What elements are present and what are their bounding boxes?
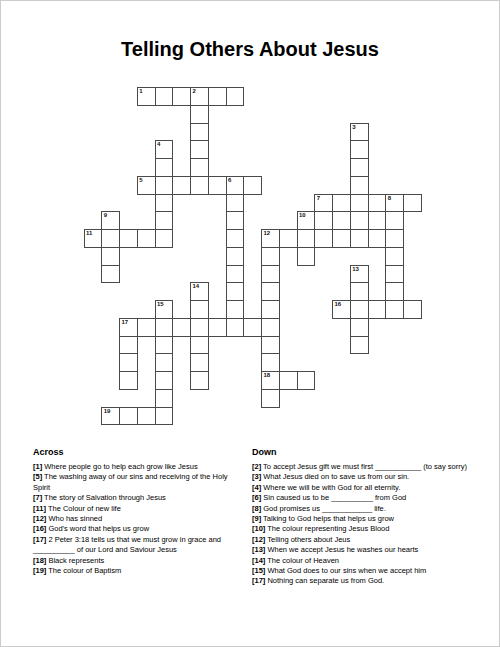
clue-item-text: Sin caused us to be __________ from God: [261, 493, 406, 502]
grid-cell[interactable]: [190, 300, 209, 319]
grid-cell[interactable]: [155, 87, 174, 106]
clue-number: 18: [264, 372, 271, 379]
grid-cell[interactable]: [297, 229, 316, 248]
grid-cell[interactable]: [101, 229, 120, 248]
grid-cell[interactable]: [226, 300, 245, 319]
grid-cell[interactable]: [155, 407, 174, 426]
clue-number: 6: [228, 177, 231, 184]
grid-cell[interactable]: [350, 336, 369, 355]
clue-item-down-8: [8] God promises us ____________ life.: [252, 504, 483, 514]
grid-cell[interactable]: [261, 389, 280, 408]
grid-cell[interactable]: [226, 229, 245, 248]
grid-cell[interactable]: [279, 371, 298, 390]
grid-cell[interactable]: [350, 282, 369, 301]
clue-number: 10: [299, 212, 306, 219]
grid-cell[interactable]: [190, 371, 209, 390]
grid-cell[interactable]: [403, 194, 422, 213]
clue-item-text: The story of Salvation through Jesus: [42, 493, 166, 502]
clue-item-number: [16]: [33, 524, 46, 533]
clue-number: 15: [157, 301, 164, 308]
down-clue-list: [2] To accept Jesus gift we must first _…: [252, 462, 483, 587]
grid-cell[interactable]: [350, 300, 369, 319]
clue-item-number: [19]: [33, 566, 46, 575]
clue-item-text: The Colour of new life: [46, 504, 121, 513]
grid-cell[interactable]: [368, 211, 387, 230]
clue-item-number: [18]: [33, 556, 46, 565]
clue-item-down-14: [14] The colour of Heaven: [252, 556, 483, 566]
clue-number: 16: [335, 301, 342, 308]
grid-cell[interactable]: [297, 247, 316, 266]
clue-item-across-1: [1] Where people go to help each grow li…: [33, 462, 246, 472]
clue-number: 7: [317, 195, 320, 202]
grid-cell[interactable]: [190, 176, 209, 195]
grid-cell[interactable]: [350, 140, 369, 159]
clue-number: 19: [104, 408, 111, 415]
clue-item-across-11: [11] The Colour of new life: [33, 504, 246, 514]
clue-number: 14: [193, 283, 200, 290]
grid-cell[interactable]: [226, 247, 245, 266]
clue-item-down-17: [17] Nothing can separate us from God.: [252, 576, 483, 586]
clue-item-across-16: [16] God's word that helps us grow: [33, 524, 246, 534]
clue-number: 17: [122, 319, 129, 326]
grid-cell[interactable]: [350, 318, 369, 337]
clue-item-text: To accept Jesus gift we must first _____…: [261, 462, 467, 471]
grid-cell[interactable]: 12: [261, 229, 280, 248]
grid-cell[interactable]: [226, 318, 245, 337]
grid-cell[interactable]: [243, 176, 262, 195]
clue-item-down-4: [4] Where we will be with God for all et…: [252, 483, 483, 493]
grid-cell[interactable]: [350, 229, 369, 248]
grid-cell[interactable]: 7: [314, 194, 333, 213]
clue-item-down-10: [10] The colour representing Jesus Blood: [252, 524, 483, 534]
grid-cell[interactable]: [155, 211, 174, 230]
grid-cell[interactable]: [155, 229, 174, 248]
clue-item-text: What God does to our sins when we accept…: [265, 566, 426, 575]
clue-item-number: [11]: [33, 504, 46, 513]
grid-cell[interactable]: [137, 318, 156, 337]
clue-item-number: [4]: [252, 483, 261, 492]
clue-item-down-15: [15] What God does to our sins when we a…: [252, 566, 483, 576]
grid-cell[interactable]: [190, 318, 209, 337]
clue-item-text: Where people go to help each grow like J…: [42, 462, 198, 471]
grid-cell[interactable]: [190, 105, 209, 124]
clue-item-number: [12]: [33, 514, 46, 523]
grid-cell[interactable]: [297, 371, 316, 390]
grid-cell[interactable]: [368, 300, 387, 319]
grid-cell[interactable]: [155, 353, 174, 372]
clue-item-text: Telling others about Jeus: [265, 535, 350, 544]
clue-number: 5: [139, 177, 142, 184]
grid-cell[interactable]: [261, 265, 280, 284]
clue-item-number: [17]: [252, 576, 265, 585]
clue-item-text: The colour of Baptism: [46, 566, 121, 575]
clue-item-text: The washing away of our sins and receivi…: [33, 472, 228, 491]
clue-item-number: [6]: [252, 493, 261, 502]
grid-cell[interactable]: [403, 300, 422, 319]
grid-cell[interactable]: [226, 194, 245, 213]
clue-item-across-12: [12] Who has sinned: [33, 514, 246, 524]
page: Telling Others About Jesus 1234567891011…: [0, 0, 500, 647]
grid-cell[interactable]: [190, 353, 209, 372]
grid-cell[interactable]: [137, 229, 156, 248]
grid-cell[interactable]: [385, 265, 404, 284]
grid-cell[interactable]: 5: [137, 176, 156, 195]
clue-number: 13: [352, 266, 359, 273]
grid-cell[interactable]: [172, 318, 191, 337]
clue-item-number: [17]: [33, 535, 46, 544]
grid-cell[interactable]: [368, 194, 387, 213]
grid-cell[interactable]: [155, 194, 174, 213]
grid-cell[interactable]: [119, 353, 138, 372]
grid-cell[interactable]: 3: [350, 123, 369, 142]
grid-cell[interactable]: [385, 300, 404, 319]
grid-cell[interactable]: [155, 336, 174, 355]
clue-number: 9: [104, 212, 107, 219]
grid-cell[interactable]: [332, 194, 351, 213]
grid-cell[interactable]: [350, 194, 369, 213]
clue-item-down-2: [2] To accept Jesus gift we must first _…: [252, 462, 483, 472]
clue-number: 12: [264, 230, 271, 237]
clue-item-across-5: [5] The washing away of our sins and rec…: [33, 472, 246, 493]
grid-cell[interactable]: [208, 176, 227, 195]
clue-item-text: When we accept Jesus he washes our heart…: [265, 545, 418, 554]
grid-cell[interactable]: [190, 158, 209, 177]
clue-item-across-17: [17] 2 Peter 3:18 tells us that we must …: [33, 535, 246, 556]
grid-cell[interactable]: [385, 282, 404, 301]
grid-cell[interactable]: [332, 229, 351, 248]
clue-item-down-9: [9] Talking to God helps that helps us g…: [252, 514, 483, 524]
clue-number: 1: [139, 88, 142, 95]
clue-number: 11: [86, 230, 92, 237]
grid-cell[interactable]: 2: [190, 87, 209, 106]
clue-item-number: [14]: [252, 556, 265, 565]
clue-item-number: [12]: [252, 535, 265, 544]
across-heading: Across: [33, 447, 246, 457]
grid-cell[interactable]: 13: [350, 265, 369, 284]
clue-item-text: Black represents: [46, 556, 104, 565]
clue-item-number: [1]: [33, 462, 42, 471]
clue-item-number: [7]: [33, 493, 42, 502]
clue-number: 3: [352, 124, 355, 131]
grid-cell[interactable]: [261, 353, 280, 372]
grid-cell[interactable]: [226, 87, 245, 106]
grid-cell[interactable]: [261, 247, 280, 266]
clue-item-down-6: [6] Sin caused us to be __________ from …: [252, 493, 483, 503]
grid-cell[interactable]: [226, 265, 245, 284]
grid-cell[interactable]: [155, 389, 174, 408]
clue-number: 2: [193, 88, 196, 95]
grid-cell[interactable]: [226, 282, 245, 301]
clue-item-text: What Jesus died on to save us from our s…: [261, 472, 409, 481]
clue-item-down-13: [13] When we accept Jesus he washes our …: [252, 545, 483, 555]
grid-cell[interactable]: [155, 318, 174, 337]
grid-cell[interactable]: [119, 336, 138, 355]
clue-item-number: [2]: [252, 462, 261, 471]
grid-cell[interactable]: [155, 371, 174, 390]
grid-cell[interactable]: [350, 211, 369, 230]
clue-item-across-7: [7] The story of Salvation through Jesus: [33, 493, 246, 503]
clue-item-across-19: [19] The colour of Baptism: [33, 566, 246, 576]
puzzle-title: Telling Others About Jesus: [0, 38, 500, 61]
grid-cell[interactable]: [314, 229, 333, 248]
grid-cell[interactable]: 19: [101, 407, 120, 426]
clue-item-number: [8]: [252, 504, 261, 513]
grid-cell[interactable]: [155, 158, 174, 177]
grid-cell[interactable]: [137, 407, 156, 426]
grid-cell[interactable]: [190, 123, 209, 142]
grid-cell[interactable]: [350, 158, 369, 177]
clue-item-text: 2 Peter 3:18 tells us that we must grow …: [33, 535, 221, 554]
grid-cell[interactable]: [261, 300, 280, 319]
clue-item-down-3: [3] What Jesus died on to save us from o…: [252, 472, 483, 482]
clue-item-number: [9]: [252, 514, 261, 523]
grid-cell[interactable]: [243, 318, 262, 337]
grid-cell[interactable]: [385, 247, 404, 266]
grid-cell[interactable]: [261, 318, 280, 337]
clue-item-text: Nothing can separate us from God.: [265, 576, 384, 585]
grid-cell[interactable]: [208, 318, 227, 337]
grid-cell[interactable]: [261, 336, 280, 355]
grid-cell[interactable]: 9: [101, 211, 120, 230]
clue-item-number: [13]: [252, 545, 265, 554]
grid-cell[interactable]: [350, 176, 369, 195]
grid-cell[interactable]: 4: [155, 140, 174, 159]
clue-item-text: The colour of Heaven: [265, 556, 339, 565]
clue-item-number: [10]: [252, 524, 265, 533]
clue-item-text: God's word that helps us grow: [46, 524, 149, 533]
grid-cell[interactable]: [119, 407, 138, 426]
grid-cell[interactable]: [279, 229, 298, 248]
grid-cell[interactable]: [119, 229, 138, 248]
grid-cell[interactable]: 1: [137, 87, 156, 106]
grid-cell[interactable]: [101, 265, 120, 284]
grid-cell[interactable]: [172, 176, 191, 195]
grid-cell[interactable]: 16: [332, 300, 351, 319]
clue-item-number: [15]: [252, 566, 265, 575]
down-heading: Down: [252, 447, 483, 457]
grid-cell[interactable]: [332, 211, 351, 230]
grid-cell[interactable]: [190, 140, 209, 159]
grid-cell[interactable]: 18: [261, 371, 280, 390]
clue-item-text: Who has sinned: [46, 514, 102, 523]
clue-number: 8: [388, 195, 391, 202]
clue-item-text: God promises us ____________ life.: [261, 504, 386, 513]
across-clues-section: Across [1] Where people go to help each …: [33, 447, 246, 576]
clue-item-number: [5]: [33, 472, 42, 481]
grid-cell[interactable]: 10: [297, 211, 316, 230]
grid-cell[interactable]: [172, 87, 191, 106]
grid-cell[interactable]: [119, 371, 138, 390]
grid-cell[interactable]: 17: [119, 318, 138, 337]
down-clues-section: Down [2] To accept Jesus gift we must fi…: [252, 447, 483, 587]
grid-cell[interactable]: 8: [385, 194, 404, 213]
clue-item-number: [3]: [252, 472, 261, 481]
clue-number: 4: [157, 141, 160, 148]
grid-cell[interactable]: 15: [155, 300, 174, 319]
clue-item-across-18: [18] Black represents: [33, 556, 246, 566]
grid-cell[interactable]: [155, 176, 174, 195]
clue-item-text: The colour representing Jesus Blood: [265, 524, 389, 533]
grid-cell[interactable]: [314, 211, 333, 230]
grid-cell[interactable]: 6: [226, 176, 245, 195]
across-clue-list: [1] Where people go to help each grow li…: [33, 462, 246, 576]
clue-item-text: Where we will be with God for all eterni…: [261, 483, 400, 492]
grid-cell[interactable]: [368, 229, 387, 248]
grid-cell[interactable]: [385, 211, 404, 230]
grid-cell[interactable]: [385, 229, 404, 248]
grid-cell[interactable]: [208, 87, 227, 106]
grid-cell[interactable]: [226, 211, 245, 230]
grid-cell[interactable]: [190, 336, 209, 355]
grid-cell[interactable]: [101, 247, 120, 266]
grid-cell[interactable]: 14: [190, 282, 209, 301]
grid-cell[interactable]: [261, 282, 280, 301]
grid-cell[interactable]: 11: [84, 229, 103, 248]
clue-item-text: Talking to God helps that helps us grow: [261, 514, 394, 523]
clue-item-down-12: [12] Telling others about Jeus: [252, 535, 483, 545]
